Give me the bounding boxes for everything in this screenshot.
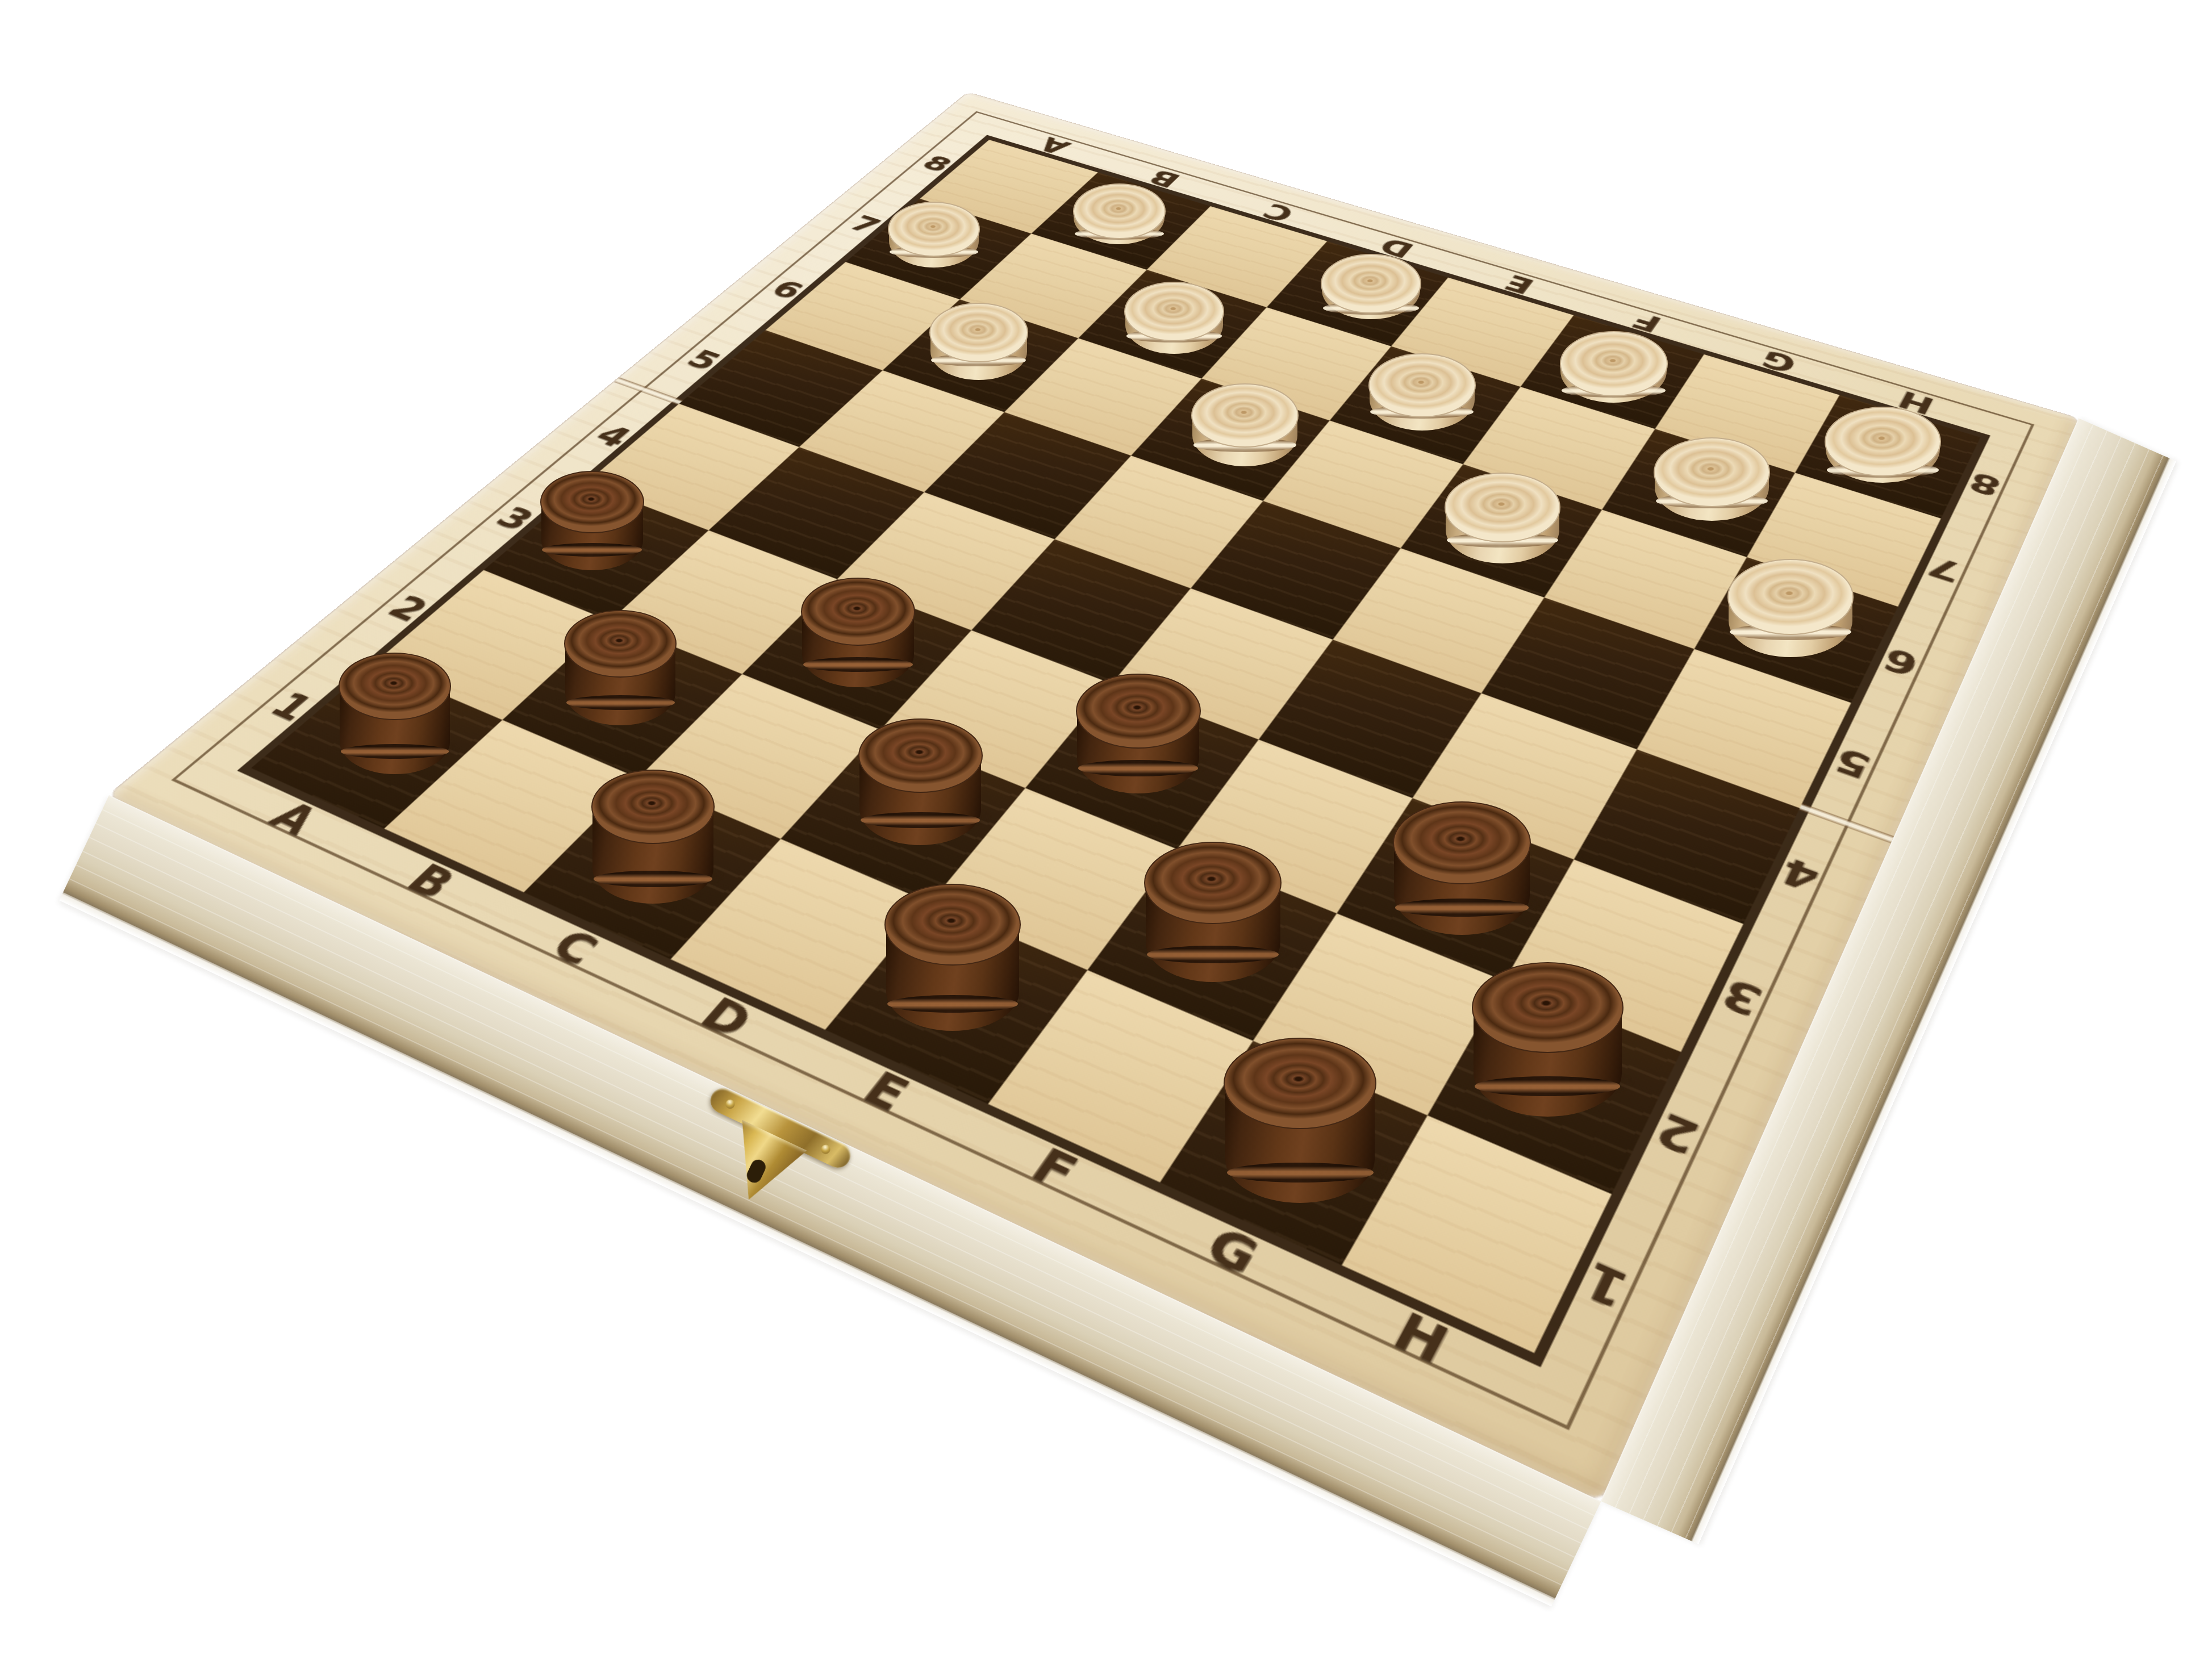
piece-white-a7[interactable] — [888, 202, 980, 270]
piece-top-face — [339, 653, 451, 720]
piece-top-face — [1368, 353, 1476, 417]
piece-dark-g1[interactable] — [1224, 1038, 1376, 1207]
piece-top-face — [884, 884, 1020, 966]
piece-top-face — [1727, 559, 1854, 634]
piece-dark-c1[interactable] — [591, 770, 715, 906]
piece-groove — [1078, 760, 1198, 776]
piece-top-face — [1144, 842, 1282, 924]
piece-top-face — [1825, 407, 1941, 477]
piece-top-face — [1191, 383, 1299, 448]
piece-white-b8[interactable] — [1073, 183, 1166, 247]
piece-white-c7[interactable] — [1124, 282, 1224, 356]
piece-groove — [1147, 946, 1279, 963]
piece-dark-c3[interactable] — [801, 578, 915, 691]
piece-dark-e3[interactable] — [1076, 674, 1201, 796]
piece-white-b6[interactable] — [929, 303, 1028, 382]
piece-dark-g3[interactable] — [1393, 801, 1531, 938]
piece-dark-a1[interactable] — [339, 653, 451, 776]
piece-top-face — [564, 610, 677, 678]
piece-top-face — [1654, 437, 1770, 507]
piece-groove — [566, 695, 675, 710]
piece-top-face — [1124, 282, 1224, 341]
piece-top-face — [1224, 1038, 1376, 1129]
piece-dark-f2[interactable] — [1144, 842, 1282, 985]
piece-groove — [1395, 899, 1528, 917]
piece-top-face — [540, 471, 644, 533]
piece-top-face — [1445, 473, 1561, 542]
piece-white-f6[interactable] — [1445, 473, 1561, 566]
piece-white-g7[interactable] — [1654, 437, 1770, 524]
piece-white-d6[interactable] — [1191, 383, 1299, 469]
piece-dark-e1[interactable] — [884, 884, 1020, 1034]
board-photo: 8877665544332211AABBCCDDEEFFGGHH — [0, 0, 2212, 1663]
piece-top-face — [591, 770, 715, 844]
piece-top-face — [1321, 254, 1421, 314]
piece-top-face — [888, 202, 980, 257]
piece-groove — [861, 812, 980, 829]
piece-groove — [341, 744, 449, 759]
piece-top-face — [929, 303, 1028, 362]
pieces-layer — [0, 0, 2212, 1663]
piece-groove — [1227, 1163, 1374, 1183]
piece-dark-a3[interactable] — [540, 471, 644, 573]
piece-dark-h2[interactable] — [1472, 962, 1623, 1121]
piece-top-face — [1073, 183, 1166, 239]
piece-white-f8[interactable] — [1560, 331, 1668, 406]
piece-groove — [594, 871, 712, 887]
piece-top-face — [1393, 801, 1531, 884]
piece-dark-d2[interactable] — [858, 718, 983, 848]
piece-white-e7[interactable] — [1368, 353, 1476, 433]
piece-groove — [542, 543, 642, 557]
piece-white-h6[interactable] — [1727, 559, 1854, 660]
piece-top-face — [1472, 962, 1623, 1053]
piece-top-face — [1560, 331, 1668, 396]
piece-dark-b2[interactable] — [564, 610, 677, 728]
piece-groove — [1475, 1076, 1620, 1096]
piece-white-h8[interactable] — [1825, 407, 1941, 486]
piece-top-face — [1076, 674, 1201, 749]
piece-groove — [887, 995, 1018, 1013]
piece-top-face — [858, 718, 983, 793]
piece-top-face — [801, 578, 915, 646]
piece-white-d8[interactable] — [1321, 254, 1421, 322]
